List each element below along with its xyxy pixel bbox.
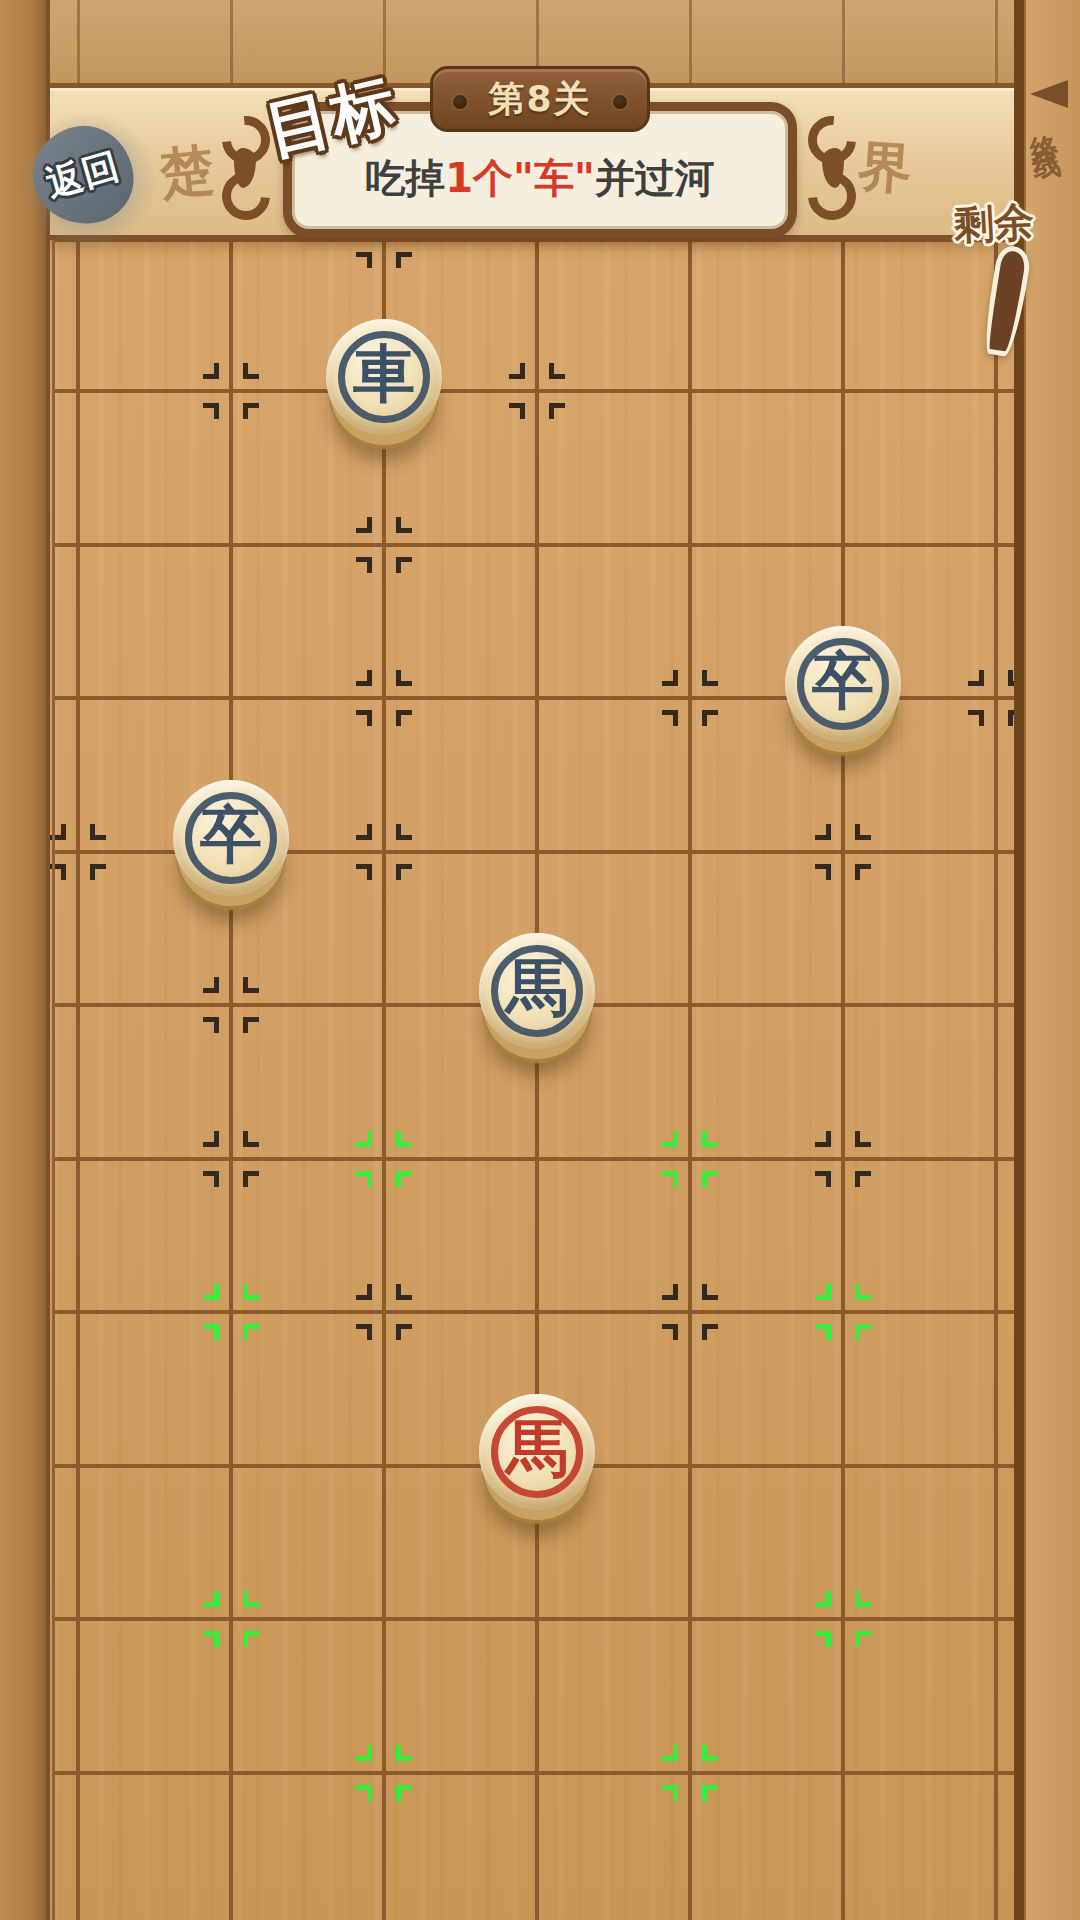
piece-character: 卒 [173, 780, 289, 896]
point-marker [660, 668, 720, 728]
tally-stroke [982, 244, 1033, 358]
back-button-label: 返回 [41, 141, 126, 208]
point-marker [201, 1129, 261, 1189]
point-marker [660, 1282, 720, 1342]
legal-move-marker[interactable] [813, 1282, 873, 1342]
tab-dot-icon [453, 95, 467, 109]
point-marker [813, 1129, 873, 1189]
piece-character: 卒 [785, 626, 901, 742]
game-screen: 車卒卒馬馬 楚 界 吃掉1个"车"并过河 第8关 目标 返回 终点线 剩余 [0, 0, 1080, 1920]
level-tab: 第8关 [430, 66, 650, 132]
remaining-tally [984, 246, 1054, 366]
black-chariot-piece[interactable]: 車 [326, 319, 442, 435]
grid-vertical-line [382, 240, 386, 1920]
goal-text-suffix: 并过河 [595, 155, 715, 201]
level-tab-label: 第8关 [488, 75, 591, 124]
plank-seam [77, 0, 80, 83]
grid-vertical-line [841, 240, 845, 1920]
point-marker [354, 1282, 414, 1342]
board-frame-left [0, 0, 50, 1920]
point-marker [48, 822, 108, 882]
black-soldier-piece[interactable]: 卒 [785, 626, 901, 742]
point-marker [354, 515, 414, 575]
grid-vertical-line [229, 240, 233, 1920]
point-marker [201, 361, 261, 421]
piece-character: 馬 [479, 1394, 595, 1510]
black-soldier-piece[interactable]: 卒 [173, 780, 289, 896]
point-marker [813, 822, 873, 882]
finish-line-arrow-icon [1030, 80, 1068, 108]
grid-horizontal-line [52, 543, 1016, 547]
tab-dot-icon [613, 95, 627, 109]
legal-move-marker[interactable] [201, 1282, 261, 1342]
point-marker [507, 361, 567, 421]
legal-move-marker[interactable] [813, 1589, 873, 1649]
red-horse-piece[interactable]: 馬 [479, 1394, 595, 1510]
point-marker [354, 822, 414, 882]
board-left-edge-line [52, 240, 55, 1920]
grid-vertical-line [688, 240, 692, 1920]
point-marker [201, 975, 261, 1035]
piece-character: 馬 [479, 933, 595, 1049]
grid-vertical-line [535, 240, 539, 1920]
plank-seam [995, 0, 998, 83]
cloud-scroll-ornament-right [802, 116, 868, 220]
grid-vertical-line [994, 240, 998, 1920]
point-marker [354, 668, 414, 728]
river-watermark-left: 楚 [156, 133, 217, 211]
black-horse-piece[interactable]: 馬 [479, 933, 595, 1049]
piece-character: 車 [326, 319, 442, 435]
remaining-label: 剩余 [953, 194, 1036, 253]
goal-text-highlight: 1个"车" [445, 155, 595, 201]
board-wood-texture [50, 240, 1016, 1920]
cloud-scroll-ornament-left [210, 116, 276, 220]
goal-text: 吃掉1个"车"并过河 [365, 151, 715, 206]
grid-horizontal-line [52, 1771, 1016, 1775]
legal-move-marker[interactable] [354, 1129, 414, 1189]
goal-text-prefix: 吃掉 [365, 155, 445, 201]
legal-move-marker[interactable] [201, 1589, 261, 1649]
legal-move-marker[interactable] [660, 1129, 720, 1189]
plank-seam [230, 0, 233, 83]
legal-move-marker[interactable] [660, 1743, 720, 1803]
plank-seam [689, 0, 692, 83]
legal-move-marker[interactable] [354, 1743, 414, 1803]
plank-seam [842, 0, 845, 83]
grid-vertical-line [76, 240, 80, 1920]
